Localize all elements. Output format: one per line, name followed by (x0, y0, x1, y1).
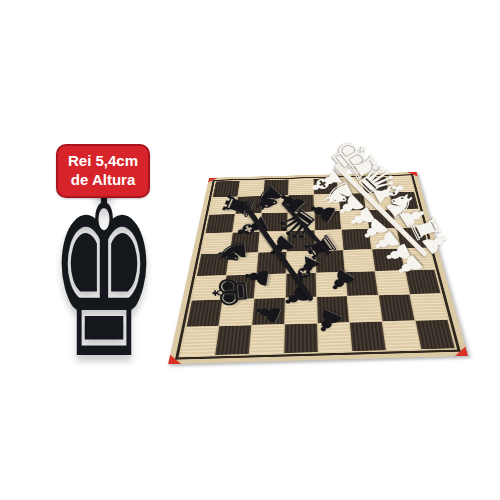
board-square (314, 211, 341, 230)
board-square (315, 250, 345, 272)
board-square (187, 300, 223, 327)
board-square (367, 210, 396, 229)
board-square (215, 325, 251, 355)
board-square (205, 214, 234, 233)
board-square (346, 271, 378, 295)
board-square (286, 251, 315, 273)
board-square (369, 228, 400, 248)
board-square (197, 253, 229, 275)
board-square (313, 178, 338, 194)
board-square (238, 180, 264, 196)
board-square (342, 229, 371, 249)
board-square (213, 181, 240, 197)
board-square (286, 273, 316, 297)
board-square (376, 270, 410, 294)
board-square (287, 212, 314, 231)
board-square (315, 230, 343, 250)
board-square (230, 232, 259, 253)
board-square (258, 231, 286, 252)
badge-line2: de Altura (71, 171, 135, 190)
board-square (227, 252, 258, 274)
board-square (364, 193, 392, 210)
board-square (416, 320, 455, 349)
board-square (192, 275, 226, 300)
badge-line1: Rei 5,4cm (68, 152, 138, 171)
board-square (350, 322, 386, 351)
board-square (249, 324, 283, 354)
board-square (379, 294, 415, 321)
board-square (317, 323, 351, 352)
board-square (317, 296, 350, 323)
board-square (338, 177, 364, 193)
board-square (236, 196, 263, 214)
board-square (341, 211, 369, 230)
board-square (256, 252, 286, 274)
board-square (348, 295, 382, 322)
board-square (263, 179, 288, 195)
board-square (362, 177, 389, 193)
board-square (288, 195, 313, 213)
board-square (254, 274, 285, 298)
board-square (260, 213, 287, 232)
board-square (405, 270, 440, 294)
board-square (386, 176, 414, 192)
board-square (285, 297, 317, 324)
board-frame (175, 174, 461, 359)
board-square (201, 233, 232, 254)
board-square (288, 179, 313, 195)
board-square (262, 195, 288, 213)
size-badge: Rei 5,4cm de Altura (56, 144, 150, 198)
board-square (344, 249, 375, 271)
board-square (287, 231, 315, 252)
board-square (393, 209, 423, 228)
board-square (397, 228, 429, 248)
board-square (219, 299, 253, 326)
board-square (233, 213, 261, 232)
board-square (339, 193, 366, 210)
board-square (383, 321, 421, 350)
board-square (223, 275, 255, 299)
board-square (401, 248, 434, 270)
chess-board (168, 172, 468, 364)
board-square (316, 272, 347, 296)
board-square (181, 326, 219, 356)
board-square (209, 197, 237, 215)
board-square (284, 324, 317, 353)
board-mat (168, 172, 468, 364)
board-square (410, 294, 447, 321)
board-square (314, 194, 340, 211)
board-square (252, 298, 285, 325)
board-square (372, 248, 404, 270)
board-field (181, 176, 455, 356)
board-square (390, 192, 419, 209)
